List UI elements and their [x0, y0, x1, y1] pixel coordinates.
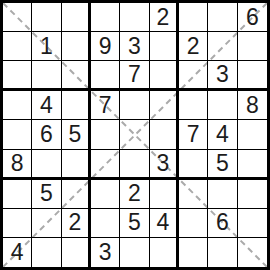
cell-r5c2[interactable]: 6	[32, 120, 61, 149]
cell-r7c5[interactable]: 2	[120, 180, 149, 209]
cell-r9c5[interactable]	[120, 238, 149, 267]
cell-r1c6[interactable]: 2	[150, 3, 179, 32]
cell-r2c5[interactable]: 3	[120, 32, 149, 61]
cell-r8c5[interactable]: 5	[120, 209, 149, 238]
cell-r2c7[interactable]: 2	[179, 32, 208, 61]
cell-r8c4[interactable]	[91, 209, 120, 238]
cell-r9c7[interactable]	[179, 238, 208, 267]
cell-r9c3[interactable]	[62, 238, 91, 267]
sudoku-grid: 26193273478657483552254643	[3, 3, 267, 267]
cell-r2c6[interactable]	[150, 32, 179, 61]
cell-r4c7[interactable]	[179, 91, 208, 120]
cell-r3c4[interactable]	[91, 61, 120, 91]
cell-r3c5[interactable]: 7	[120, 61, 149, 91]
cell-r4c2[interactable]: 4	[32, 91, 61, 120]
cell-r6c2[interactable]	[32, 150, 61, 180]
cell-r5c7[interactable]: 7	[179, 120, 208, 149]
cell-r4c5[interactable]	[120, 91, 149, 120]
cell-r5c9[interactable]	[238, 120, 267, 149]
cell-r4c9[interactable]: 8	[238, 91, 267, 120]
cell-r9c1[interactable]: 4	[3, 238, 32, 267]
cell-r8c9[interactable]	[238, 209, 267, 238]
cell-r1c7[interactable]	[179, 3, 208, 32]
cell-r5c1[interactable]	[3, 120, 32, 149]
cell-r9c8[interactable]	[208, 238, 237, 267]
cell-r2c3[interactable]	[62, 32, 91, 61]
cell-r9c9[interactable]	[238, 238, 267, 267]
cell-r6c5[interactable]	[120, 150, 149, 180]
cell-r1c9[interactable]: 6	[238, 3, 267, 32]
cell-r7c1[interactable]	[3, 180, 32, 209]
cell-r6c3[interactable]	[62, 150, 91, 180]
cell-r9c2[interactable]	[32, 238, 61, 267]
cell-r4c4[interactable]: 7	[91, 91, 120, 120]
cell-r1c1[interactable]	[3, 3, 32, 32]
cell-r8c3[interactable]: 2	[62, 209, 91, 238]
cell-r6c1[interactable]: 8	[3, 150, 32, 180]
cell-r2c2[interactable]: 1	[32, 32, 61, 61]
cell-r3c3[interactable]	[62, 61, 91, 91]
cell-r4c8[interactable]	[208, 91, 237, 120]
cell-r1c4[interactable]	[91, 3, 120, 32]
cell-r5c4[interactable]	[91, 120, 120, 149]
cell-r7c6[interactable]	[150, 180, 179, 209]
sudoku-board: 26193273478657483552254643	[0, 0, 270, 270]
cell-r8c2[interactable]	[32, 209, 61, 238]
cell-r7c9[interactable]	[238, 180, 267, 209]
cell-r5c5[interactable]	[120, 120, 149, 149]
cell-r7c7[interactable]	[179, 180, 208, 209]
cell-r1c8[interactable]	[208, 3, 237, 32]
cell-r5c6[interactable]	[150, 120, 179, 149]
cell-r2c8[interactable]	[208, 32, 237, 61]
cell-r4c6[interactable]	[150, 91, 179, 120]
cell-r4c3[interactable]	[62, 91, 91, 120]
cell-r1c2[interactable]	[32, 3, 61, 32]
cell-r5c8[interactable]: 4	[208, 120, 237, 149]
cell-r8c8[interactable]: 6	[208, 209, 237, 238]
cell-r2c4[interactable]: 9	[91, 32, 120, 61]
cell-r1c3[interactable]	[62, 3, 91, 32]
cell-r3c7[interactable]	[179, 61, 208, 91]
cell-r9c4[interactable]: 3	[91, 238, 120, 267]
cell-r6c9[interactable]	[238, 150, 267, 180]
cell-r7c8[interactable]	[208, 180, 237, 209]
cell-r7c2[interactable]: 5	[32, 180, 61, 209]
cell-r3c6[interactable]	[150, 61, 179, 91]
cell-r3c2[interactable]	[32, 61, 61, 91]
cell-r7c3[interactable]	[62, 180, 91, 209]
cell-r8c6[interactable]: 4	[150, 209, 179, 238]
cell-r2c1[interactable]	[3, 32, 32, 61]
cell-r3c8[interactable]: 3	[208, 61, 237, 91]
cell-r9c6[interactable]	[150, 238, 179, 267]
cell-r3c1[interactable]	[3, 61, 32, 91]
cell-r2c9[interactable]	[238, 32, 267, 61]
cell-r6c4[interactable]	[91, 150, 120, 180]
cell-r6c8[interactable]: 5	[208, 150, 237, 180]
cell-r1c5[interactable]	[120, 3, 149, 32]
cell-r7c4[interactable]	[91, 180, 120, 209]
cell-r8c1[interactable]	[3, 209, 32, 238]
cell-r8c7[interactable]	[179, 209, 208, 238]
cell-r4c1[interactable]	[3, 91, 32, 120]
cell-r6c7[interactable]	[179, 150, 208, 180]
cell-r6c6[interactable]: 3	[150, 150, 179, 180]
cell-r3c9[interactable]	[238, 61, 267, 91]
cell-r5c3[interactable]: 5	[62, 120, 91, 149]
